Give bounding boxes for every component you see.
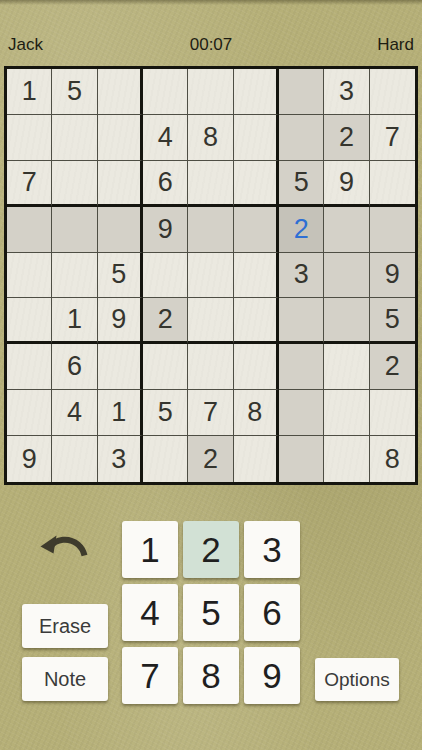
numpad-8[interactable]: 8	[183, 647, 239, 704]
cell-r3c7[interactable]: 5	[279, 161, 324, 207]
cell-r8c5[interactable]: 7	[188, 390, 233, 436]
cell-r1c1[interactable]: 1	[7, 69, 52, 115]
cell-r6c2[interactable]: 1	[52, 298, 97, 344]
cell-r7c5[interactable]	[188, 344, 233, 390]
cell-r1c4[interactable]	[143, 69, 188, 115]
cell-r8c9[interactable]	[370, 390, 415, 436]
cell-r8c8[interactable]	[324, 390, 369, 436]
cell-r6c9[interactable]: 5	[370, 298, 415, 344]
cell-r6c7[interactable]	[279, 298, 324, 344]
cell-r4c3[interactable]	[98, 207, 143, 253]
cell-r7c3[interactable]	[98, 344, 143, 390]
cell-r3c4[interactable]: 6	[143, 161, 188, 207]
numpad-4[interactable]: 4	[122, 584, 178, 641]
cell-r8c3[interactable]: 1	[98, 390, 143, 436]
numpad-9[interactable]: 9	[244, 647, 300, 704]
cell-r5c8[interactable]	[324, 253, 369, 299]
cell-r2c5[interactable]: 8	[188, 115, 233, 161]
number-pad: 1 2 3 4 5 6 7 8 9	[122, 521, 300, 704]
cell-r2c6[interactable]	[234, 115, 279, 161]
cell-r6c3[interactable]: 9	[98, 298, 143, 344]
cell-r7c9[interactable]: 2	[370, 344, 415, 390]
cell-r2c2[interactable]	[52, 115, 97, 161]
numpad-2[interactable]: 2	[183, 521, 239, 578]
numpad-5[interactable]: 5	[183, 584, 239, 641]
cell-r2c1[interactable]	[7, 115, 52, 161]
player-name: Jack	[8, 35, 143, 55]
cell-r5c9[interactable]: 9	[370, 253, 415, 299]
cell-r6c5[interactable]	[188, 298, 233, 344]
cell-r9c1[interactable]: 9	[7, 436, 52, 482]
cell-r2c8[interactable]: 2	[324, 115, 369, 161]
cell-r8c6[interactable]: 8	[234, 390, 279, 436]
cell-r2c3[interactable]	[98, 115, 143, 161]
cell-r7c1[interactable]	[7, 344, 52, 390]
cell-r9c8[interactable]	[324, 436, 369, 482]
cell-r5c1[interactable]	[7, 253, 52, 299]
difficulty-label: Hard	[279, 35, 414, 55]
cell-r5c6[interactable]	[234, 253, 279, 299]
cell-r3c1[interactable]: 7	[7, 161, 52, 207]
cell-r2c4[interactable]: 4	[143, 115, 188, 161]
cell-r5c5[interactable]	[188, 253, 233, 299]
cell-r7c8[interactable]	[324, 344, 369, 390]
cell-r5c2[interactable]	[52, 253, 97, 299]
cell-r5c4[interactable]	[143, 253, 188, 299]
cell-r4c1[interactable]	[7, 207, 52, 253]
cell-r3c3[interactable]	[98, 161, 143, 207]
cell-r1c8[interactable]: 3	[324, 69, 369, 115]
cell-r7c4[interactable]	[143, 344, 188, 390]
cell-r1c5[interactable]	[188, 69, 233, 115]
timer: 00:07	[143, 35, 278, 55]
cell-r3c6[interactable]	[234, 161, 279, 207]
cell-r3c9[interactable]	[370, 161, 415, 207]
numpad-6[interactable]: 6	[244, 584, 300, 641]
cell-r7c6[interactable]	[234, 344, 279, 390]
cell-r6c8[interactable]	[324, 298, 369, 344]
erase-button[interactable]: Erase	[22, 604, 108, 648]
sudoku-board: 1534827765992539192562415789328	[4, 66, 418, 485]
cell-r6c4[interactable]: 2	[143, 298, 188, 344]
cell-r9c5[interactable]: 2	[188, 436, 233, 482]
cell-r7c7[interactable]	[279, 344, 324, 390]
cell-r6c6[interactable]	[234, 298, 279, 344]
numpad-7[interactable]: 7	[122, 647, 178, 704]
cell-r5c7[interactable]: 3	[279, 253, 324, 299]
note-button[interactable]: Note	[22, 657, 108, 701]
cell-r9c9[interactable]: 8	[370, 436, 415, 482]
cell-r3c2[interactable]	[52, 161, 97, 207]
cell-r1c2[interactable]: 5	[52, 69, 97, 115]
cell-r8c2[interactable]: 4	[52, 390, 97, 436]
options-button[interactable]: Options	[315, 658, 399, 701]
cell-r4c4[interactable]: 9	[143, 207, 188, 253]
cell-r9c2[interactable]	[52, 436, 97, 482]
cell-r4c9[interactable]	[370, 207, 415, 253]
cell-r4c8[interactable]	[324, 207, 369, 253]
cell-r9c4[interactable]	[143, 436, 188, 482]
cell-r9c6[interactable]	[234, 436, 279, 482]
status-bar: Jack 00:07 Hard	[0, 30, 422, 60]
cell-r1c7[interactable]	[279, 69, 324, 115]
cell-r1c3[interactable]	[98, 69, 143, 115]
numpad-3[interactable]: 3	[244, 521, 300, 578]
cell-r8c1[interactable]	[7, 390, 52, 436]
cell-r4c7[interactable]: 2	[279, 207, 324, 253]
cell-r2c9[interactable]: 7	[370, 115, 415, 161]
cell-r4c5[interactable]	[188, 207, 233, 253]
cell-r8c4[interactable]: 5	[143, 390, 188, 436]
cell-r4c2[interactable]	[52, 207, 97, 253]
undo-arrow-icon	[38, 533, 90, 566]
undo-button[interactable]	[36, 530, 92, 568]
top-edge-shade	[0, 0, 422, 5]
cell-r3c5[interactable]	[188, 161, 233, 207]
cell-r4c6[interactable]	[234, 207, 279, 253]
cell-r9c7[interactable]	[279, 436, 324, 482]
cell-r5c3[interactable]: 5	[98, 253, 143, 299]
cell-r9c3[interactable]: 3	[98, 436, 143, 482]
cell-r7c2[interactable]: 6	[52, 344, 97, 390]
numpad-1[interactable]: 1	[122, 521, 178, 578]
cell-r2c7[interactable]	[279, 115, 324, 161]
cell-r3c8[interactable]: 9	[324, 161, 369, 207]
cell-r6c1[interactable]	[7, 298, 52, 344]
cell-r8c7[interactable]	[279, 390, 324, 436]
cell-r1c9[interactable]	[370, 69, 415, 115]
cell-r1c6[interactable]	[234, 69, 279, 115]
